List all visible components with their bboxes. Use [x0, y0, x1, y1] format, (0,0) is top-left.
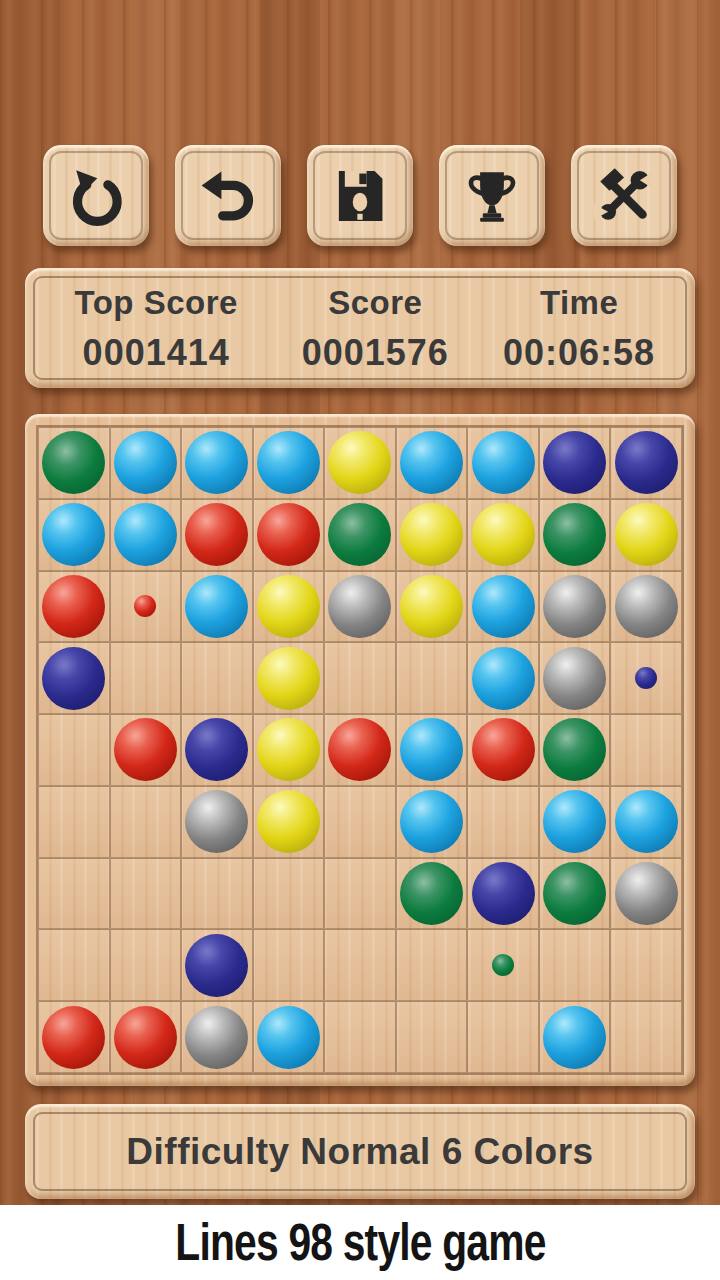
ball-yellow[interactable] [257, 575, 320, 638]
toolbar [0, 145, 720, 246]
board-cell[interactable] [181, 427, 253, 499]
game-board [25, 414, 695, 1086]
ball-green[interactable] [400, 862, 463, 925]
board-cell[interactable] [110, 1001, 182, 1073]
board-cell[interactable] [610, 929, 682, 1001]
board-cell[interactable] [324, 499, 396, 571]
ball-gray[interactable] [615, 862, 678, 925]
board-cell[interactable] [253, 786, 325, 858]
board-cell[interactable] [539, 427, 611, 499]
board-cell[interactable] [539, 714, 611, 786]
ball-yellow[interactable] [472, 503, 535, 566]
ball-red[interactable] [472, 718, 535, 781]
ball-cyan[interactable] [114, 431, 177, 494]
settings-button[interactable] [571, 145, 677, 246]
difficulty-panel: Difficulty Normal 6 Colors [25, 1104, 695, 1199]
trophy-button[interactable] [439, 145, 545, 246]
ball-gray[interactable] [543, 575, 606, 638]
caption-text: Lines 98 style game [175, 1213, 545, 1272]
board-cell[interactable] [467, 858, 539, 930]
board-cell[interactable] [539, 1001, 611, 1073]
ball-yellow[interactable] [400, 503, 463, 566]
board-cell[interactable] [324, 786, 396, 858]
ball-cyan[interactable] [472, 431, 535, 494]
board-cell[interactable] [181, 499, 253, 571]
ball-yellow[interactable] [615, 503, 678, 566]
board-cell[interactable] [539, 858, 611, 930]
restart-icon [63, 163, 129, 229]
board-cell[interactable] [610, 714, 682, 786]
ball-green[interactable] [543, 503, 606, 566]
ball-cyan[interactable] [114, 503, 177, 566]
save-floppy-icon [327, 163, 393, 229]
ball-cyan[interactable] [400, 790, 463, 853]
board-cell[interactable] [38, 1001, 110, 1073]
board-cell[interactable] [610, 858, 682, 930]
board-cell[interactable] [610, 1001, 682, 1073]
ball-gray[interactable] [328, 575, 391, 638]
board-cell[interactable] [110, 427, 182, 499]
board-cell[interactable] [253, 427, 325, 499]
board-cell[interactable] [110, 714, 182, 786]
board-cell[interactable] [396, 714, 468, 786]
board-cell[interactable] [181, 786, 253, 858]
ball-red[interactable] [328, 718, 391, 781]
caption-strip: Lines 98 style game [0, 1205, 720, 1280]
board-cell[interactable] [110, 571, 182, 643]
board-cell[interactable] [610, 427, 682, 499]
ball-red[interactable] [185, 503, 248, 566]
ball-blue[interactable] [185, 934, 248, 997]
difficulty-text: Difficulty Normal 6 Colors [25, 1104, 695, 1199]
ball-blue[interactable] [615, 431, 678, 494]
ball-gray[interactable] [615, 575, 678, 638]
preview-ball-red[interactable] [134, 595, 156, 617]
time-value: 00:06:58 [503, 332, 655, 374]
board-cell[interactable] [253, 499, 325, 571]
board-cell[interactable] [38, 642, 110, 714]
score-panel: Top Score Score Time 0001414 0001576 00:… [25, 268, 695, 388]
board-cell[interactable] [38, 714, 110, 786]
board-cell[interactable] [539, 929, 611, 1001]
ball-cyan[interactable] [257, 1006, 320, 1069]
board-cell[interactable] [467, 499, 539, 571]
ball-yellow[interactable] [400, 575, 463, 638]
time-label: Time [540, 284, 618, 322]
ball-blue[interactable] [42, 647, 105, 710]
ball-gray[interactable] [185, 1006, 248, 1069]
ball-gray[interactable] [185, 790, 248, 853]
board-cell[interactable] [253, 642, 325, 714]
board-cell[interactable] [396, 427, 468, 499]
preview-ball-blue[interactable] [635, 667, 657, 689]
top-score-value: 0001414 [83, 332, 230, 374]
board-cell[interactable] [396, 642, 468, 714]
score-label: Score [328, 284, 422, 322]
board-grid [36, 425, 684, 1075]
board-cell[interactable] [181, 929, 253, 1001]
board-cell[interactable] [38, 499, 110, 571]
board-cell[interactable] [324, 858, 396, 930]
board-cell[interactable] [324, 714, 396, 786]
ball-green[interactable] [42, 431, 105, 494]
board-cell[interactable] [38, 571, 110, 643]
hammer-wrench-icon [591, 163, 657, 229]
restart-button[interactable] [43, 145, 149, 246]
ball-cyan[interactable] [615, 790, 678, 853]
board-cell[interactable] [324, 427, 396, 499]
board-cell[interactable] [181, 1001, 253, 1073]
board-cell[interactable] [110, 786, 182, 858]
board-cell[interactable] [324, 571, 396, 643]
ball-blue[interactable] [543, 431, 606, 494]
ball-red[interactable] [114, 1006, 177, 1069]
board-cell[interactable] [467, 714, 539, 786]
board-cell[interactable] [467, 929, 539, 1001]
board-cell[interactable] [396, 499, 468, 571]
board-cell[interactable] [396, 1001, 468, 1073]
board-cell[interactable] [181, 858, 253, 930]
board-cell[interactable] [610, 571, 682, 643]
ball-green[interactable] [328, 503, 391, 566]
ball-cyan[interactable] [543, 1006, 606, 1069]
board-cell[interactable] [610, 786, 682, 858]
ball-cyan[interactable] [185, 575, 248, 638]
ball-gray[interactable] [543, 647, 606, 710]
board-cell[interactable] [253, 571, 325, 643]
board-cell[interactable] [181, 714, 253, 786]
board-cell[interactable] [396, 858, 468, 930]
save-button[interactable] [307, 145, 413, 246]
board-cell[interactable] [181, 571, 253, 643]
trophy-icon [459, 163, 525, 229]
board-cell[interactable] [324, 1001, 396, 1073]
preview-ball-green[interactable] [492, 954, 514, 976]
board-cell[interactable] [181, 642, 253, 714]
board-cell[interactable] [467, 571, 539, 643]
ball-cyan[interactable] [472, 575, 535, 638]
board-cell[interactable] [610, 499, 682, 571]
ball-yellow[interactable] [257, 718, 320, 781]
board-cell[interactable] [610, 642, 682, 714]
board-cell[interactable] [467, 1001, 539, 1073]
game-screen: Top Score Score Time 0001414 0001576 00:… [0, 0, 720, 1280]
ball-green[interactable] [543, 862, 606, 925]
board-cell[interactable] [396, 786, 468, 858]
ball-cyan[interactable] [257, 431, 320, 494]
ball-cyan[interactable] [472, 647, 535, 710]
ball-yellow[interactable] [328, 431, 391, 494]
ball-blue[interactable] [185, 718, 248, 781]
ball-red[interactable] [114, 718, 177, 781]
ball-green[interactable] [543, 718, 606, 781]
ball-blue[interactable] [472, 862, 535, 925]
ball-cyan[interactable] [185, 431, 248, 494]
board-cell[interactable] [38, 427, 110, 499]
board-cell[interactable] [110, 929, 182, 1001]
board-cell[interactable] [38, 786, 110, 858]
board-cell[interactable] [253, 1001, 325, 1073]
score-value: 0001576 [302, 332, 449, 374]
board-cell[interactable] [110, 499, 182, 571]
ball-cyan[interactable] [400, 718, 463, 781]
board-cell[interactable] [38, 858, 110, 930]
ball-cyan[interactable] [543, 790, 606, 853]
ball-red[interactable] [257, 503, 320, 566]
undo-button[interactable] [175, 145, 281, 246]
board-cell[interactable] [253, 929, 325, 1001]
board-cell[interactable] [38, 929, 110, 1001]
board-cell[interactable] [539, 642, 611, 714]
ball-yellow[interactable] [257, 790, 320, 853]
board-cell[interactable] [539, 786, 611, 858]
board-cell[interactable] [467, 786, 539, 858]
board-cell[interactable] [324, 929, 396, 1001]
undo-icon [195, 163, 261, 229]
ball-yellow[interactable] [257, 647, 320, 710]
board-cell[interactable] [324, 642, 396, 714]
board-cell[interactable] [110, 642, 182, 714]
top-score-label: Top Score [74, 284, 237, 322]
board-cell[interactable] [467, 427, 539, 499]
board-cell[interactable] [539, 571, 611, 643]
ball-red[interactable] [42, 1006, 105, 1069]
board-cell[interactable] [396, 571, 468, 643]
ball-cyan[interactable] [400, 431, 463, 494]
ball-cyan[interactable] [42, 503, 105, 566]
score-grid: Top Score Score Time 0001414 0001576 00:… [39, 278, 681, 378]
board-cell[interactable] [253, 714, 325, 786]
board-cell[interactable] [396, 929, 468, 1001]
board-cell[interactable] [253, 858, 325, 930]
board-cell[interactable] [467, 642, 539, 714]
board-cell[interactable] [539, 499, 611, 571]
board-cell[interactable] [110, 858, 182, 930]
ball-red[interactable] [42, 575, 105, 638]
